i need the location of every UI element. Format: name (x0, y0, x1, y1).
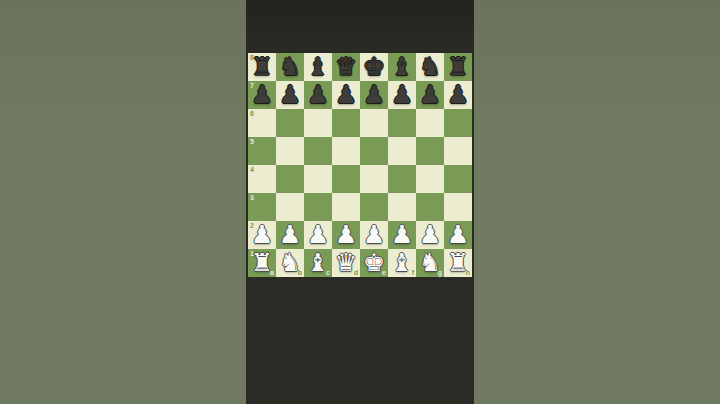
piece-black-bishop[interactable]: ♝ (304, 53, 332, 81)
square-d1[interactable]: d♛ (332, 249, 360, 277)
square-d8[interactable]: ♛ (332, 53, 360, 81)
piece-black-pawn[interactable]: ♟ (276, 81, 304, 109)
square-d4[interactable] (332, 165, 360, 193)
piece-white-king[interactable]: ♚ (360, 249, 388, 277)
square-d5[interactable] (332, 137, 360, 165)
piece-white-pawn[interactable]: ♟ (360, 221, 388, 249)
square-e7[interactable]: ♟ (360, 81, 388, 109)
rank-label-3: 3 (250, 194, 254, 201)
square-e5[interactable] (360, 137, 388, 165)
square-c8[interactable]: ♝ (304, 53, 332, 81)
piece-black-pawn[interactable]: ♟ (416, 81, 444, 109)
square-g5[interactable] (416, 137, 444, 165)
video-strip: 8♜♞♝♛♚♝♞♜7♟♟♟♟♟♟♟♟65432♟♟♟♟♟♟♟♟1a♜b♞c♝d♛… (246, 0, 474, 404)
chess-board: 8♜♞♝♛♚♝♞♜7♟♟♟♟♟♟♟♟65432♟♟♟♟♟♟♟♟1a♜b♞c♝d♛… (248, 53, 472, 277)
square-c1[interactable]: c♝ (304, 249, 332, 277)
piece-white-queen[interactable]: ♛ (332, 249, 360, 277)
piece-white-knight[interactable]: ♞ (276, 249, 304, 277)
square-b8[interactable]: ♞ (276, 53, 304, 81)
piece-white-pawn[interactable]: ♟ (276, 221, 304, 249)
square-a4[interactable]: 4 (248, 165, 276, 193)
square-e8[interactable]: ♚ (360, 53, 388, 81)
square-f8[interactable]: ♝ (388, 53, 416, 81)
square-f4[interactable] (388, 165, 416, 193)
piece-black-queen[interactable]: ♛ (332, 53, 360, 81)
square-h8[interactable]: ♜ (444, 53, 472, 81)
square-e4[interactable] (360, 165, 388, 193)
square-h2[interactable]: ♟ (444, 221, 472, 249)
square-a2[interactable]: 2♟ (248, 221, 276, 249)
piece-black-knight[interactable]: ♞ (276, 53, 304, 81)
square-h4[interactable] (444, 165, 472, 193)
piece-black-pawn[interactable]: ♟ (304, 81, 332, 109)
square-c3[interactable] (304, 193, 332, 221)
piece-white-rook[interactable]: ♜ (248, 249, 276, 277)
square-a8[interactable]: 8♜ (248, 53, 276, 81)
square-g1[interactable]: g♞ (416, 249, 444, 277)
rank-label-6: 6 (250, 110, 254, 117)
square-d2[interactable]: ♟ (332, 221, 360, 249)
piece-black-knight[interactable]: ♞ (416, 53, 444, 81)
rank-label-5: 5 (250, 138, 254, 145)
square-b3[interactable] (276, 193, 304, 221)
square-d6[interactable] (332, 109, 360, 137)
square-a7[interactable]: 7♟ (248, 81, 276, 109)
square-h5[interactable] (444, 137, 472, 165)
square-g8[interactable]: ♞ (416, 53, 444, 81)
piece-black-pawn[interactable]: ♟ (444, 81, 472, 109)
right-blur-panel (474, 0, 720, 404)
piece-black-king[interactable]: ♚ (360, 53, 388, 81)
square-a6[interactable]: 6 (248, 109, 276, 137)
piece-black-bishop[interactable]: ♝ (388, 53, 416, 81)
piece-black-pawn[interactable]: ♟ (388, 81, 416, 109)
piece-white-rook[interactable]: ♜ (444, 249, 472, 277)
square-h3[interactable] (444, 193, 472, 221)
piece-white-pawn[interactable]: ♟ (444, 221, 472, 249)
piece-black-pawn[interactable]: ♟ (360, 81, 388, 109)
left-blur-panel (0, 0, 246, 404)
square-d7[interactable]: ♟ (332, 81, 360, 109)
square-h1[interactable]: h♜ (444, 249, 472, 277)
square-d3[interactable] (332, 193, 360, 221)
piece-black-rook[interactable]: ♜ (444, 53, 472, 81)
piece-white-pawn[interactable]: ♟ (304, 221, 332, 249)
piece-white-bishop[interactable]: ♝ (304, 249, 332, 277)
square-g7[interactable]: ♟ (416, 81, 444, 109)
square-c7[interactable]: ♟ (304, 81, 332, 109)
square-f6[interactable] (388, 109, 416, 137)
square-g4[interactable] (416, 165, 444, 193)
square-b1[interactable]: b♞ (276, 249, 304, 277)
square-h7[interactable]: ♟ (444, 81, 472, 109)
square-e1[interactable]: e♚ (360, 249, 388, 277)
square-e2[interactable]: ♟ (360, 221, 388, 249)
square-f2[interactable]: ♟ (388, 221, 416, 249)
square-c6[interactable] (304, 109, 332, 137)
square-g6[interactable] (416, 109, 444, 137)
piece-white-pawn[interactable]: ♟ (248, 221, 276, 249)
piece-white-pawn[interactable]: ♟ (416, 221, 444, 249)
square-a1[interactable]: 1a♜ (248, 249, 276, 277)
square-h6[interactable] (444, 109, 472, 137)
piece-black-pawn[interactable]: ♟ (248, 81, 276, 109)
square-g3[interactable] (416, 193, 444, 221)
square-b2[interactable]: ♟ (276, 221, 304, 249)
piece-white-pawn[interactable]: ♟ (332, 221, 360, 249)
square-a5[interactable]: 5 (248, 137, 276, 165)
square-f1[interactable]: f♝ (388, 249, 416, 277)
piece-white-pawn[interactable]: ♟ (388, 221, 416, 249)
square-b4[interactable] (276, 165, 304, 193)
square-g2[interactable]: ♟ (416, 221, 444, 249)
square-f5[interactable] (388, 137, 416, 165)
square-f3[interactable] (388, 193, 416, 221)
piece-black-pawn[interactable]: ♟ (332, 81, 360, 109)
square-b5[interactable] (276, 137, 304, 165)
piece-white-knight[interactable]: ♞ (416, 249, 444, 277)
video-frame: 8♜♞♝♛♚♝♞♜7♟♟♟♟♟♟♟♟65432♟♟♟♟♟♟♟♟1a♜b♞c♝d♛… (0, 0, 720, 404)
rank-label-4: 4 (250, 166, 254, 173)
square-f7[interactable]: ♟ (388, 81, 416, 109)
square-c5[interactable] (304, 137, 332, 165)
square-b7[interactable]: ♟ (276, 81, 304, 109)
square-b6[interactable] (276, 109, 304, 137)
piece-white-bishop[interactable]: ♝ (388, 249, 416, 277)
square-c2[interactable]: ♟ (304, 221, 332, 249)
square-a3[interactable]: 3 (248, 193, 276, 221)
square-e6[interactable] (360, 109, 388, 137)
square-c4[interactable] (304, 165, 332, 193)
piece-black-rook[interactable]: ♜ (248, 53, 276, 81)
square-e3[interactable] (360, 193, 388, 221)
